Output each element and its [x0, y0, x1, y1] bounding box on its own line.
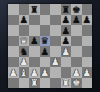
piece-white-pawn[interactable]: ♟	[82, 67, 91, 77]
square-c4[interactable]	[29, 46, 40, 57]
square-h1[interactable]	[82, 78, 93, 89]
piece-black-pawn[interactable]: ♟	[61, 15, 70, 25]
square-h5[interactable]	[82, 36, 93, 47]
square-a4[interactable]	[8, 46, 19, 57]
square-h2[interactable]: ♟	[82, 67, 93, 78]
piece-black-king[interactable]: ♚	[72, 4, 81, 14]
piece-black-pawn[interactable]: ♟	[61, 36, 70, 46]
square-c7[interactable]	[29, 15, 40, 26]
square-e3[interactable]: ♟	[50, 57, 61, 68]
piece-black-pawn[interactable]: ♟	[72, 15, 81, 25]
piece-black-knight[interactable]: ♞	[19, 46, 28, 56]
square-h4[interactable]	[82, 46, 93, 57]
square-f4[interactable]: ♟	[61, 46, 72, 57]
piece-white-pawn[interactable]: ♟	[51, 57, 60, 67]
square-g4[interactable]	[71, 46, 82, 57]
piece-black-pawn[interactable]: ♟	[30, 36, 39, 46]
square-d1[interactable]	[40, 78, 51, 89]
square-e8[interactable]	[50, 4, 61, 15]
square-f1[interactable]: ♜	[61, 78, 72, 89]
square-g7[interactable]: ♟	[71, 15, 82, 26]
piece-white-bishop[interactable]: ♝	[19, 67, 28, 77]
square-g6[interactable]	[71, 25, 82, 36]
piece-black-pawn[interactable]: ♟	[40, 46, 49, 56]
square-e2[interactable]	[50, 67, 61, 78]
square-a2[interactable]: ♟	[8, 67, 19, 78]
piece-black-pawn[interactable]: ♟	[61, 25, 70, 35]
square-g5[interactable]	[71, 36, 82, 47]
square-a5[interactable]	[8, 36, 19, 47]
square-b7[interactable]: ♟	[19, 15, 30, 26]
chess-board: ♜♜♚♟♟♟♟♟♛♟♛♟♞♟♟♟♟♟♝♟♟♟♟♜♜♚	[8, 4, 92, 88]
square-c1[interactable]: ♜	[29, 78, 40, 89]
square-e1[interactable]	[50, 78, 61, 89]
chess-board-frame: ♜♜♚♟♟♟♟♟♛♟♛♟♞♟♟♟♟♟♝♟♟♟♟♜♜♚	[0, 0, 100, 92]
piece-white-pawn[interactable]: ♟	[30, 67, 39, 77]
square-a7[interactable]	[8, 15, 19, 26]
square-h7[interactable]: ♟	[82, 15, 93, 26]
piece-black-pawn[interactable]: ♟	[82, 15, 91, 25]
piece-white-pawn[interactable]: ♟	[40, 67, 49, 77]
square-b2[interactable]: ♝	[19, 67, 30, 78]
piece-white-pawn[interactable]: ♟	[9, 67, 18, 77]
piece-white-queen[interactable]: ♛	[19, 36, 28, 46]
piece-white-pawn[interactable]: ♟	[19, 57, 28, 67]
square-d2[interactable]: ♟	[40, 67, 51, 78]
piece-black-queen[interactable]: ♛	[40, 36, 49, 46]
square-c5[interactable]: ♟	[29, 36, 40, 47]
piece-white-pawn[interactable]: ♟	[61, 46, 70, 56]
piece-black-pawn[interactable]: ♟	[19, 15, 28, 25]
square-b1[interactable]	[19, 78, 30, 89]
square-a6[interactable]	[8, 25, 19, 36]
square-f3[interactable]	[61, 57, 72, 68]
piece-white-king[interactable]: ♚	[72, 78, 81, 88]
square-d8[interactable]	[40, 4, 51, 15]
square-h6[interactable]	[82, 25, 93, 36]
square-d4[interactable]: ♟	[40, 46, 51, 57]
piece-black-rook[interactable]: ♜	[30, 4, 39, 14]
piece-white-rook[interactable]: ♜	[30, 78, 39, 88]
piece-white-pawn[interactable]: ♟	[72, 67, 81, 77]
square-e6[interactable]	[50, 25, 61, 36]
square-e5[interactable]	[50, 36, 61, 47]
piece-black-rook[interactable]: ♜	[61, 4, 70, 14]
square-e7[interactable]	[50, 15, 61, 26]
square-a1[interactable]	[8, 78, 19, 89]
square-d7[interactable]	[40, 15, 51, 26]
square-c8[interactable]: ♜	[29, 4, 40, 15]
square-g1[interactable]: ♚	[71, 78, 82, 89]
piece-white-rook[interactable]: ♜	[61, 78, 70, 88]
square-a8[interactable]	[8, 4, 19, 15]
